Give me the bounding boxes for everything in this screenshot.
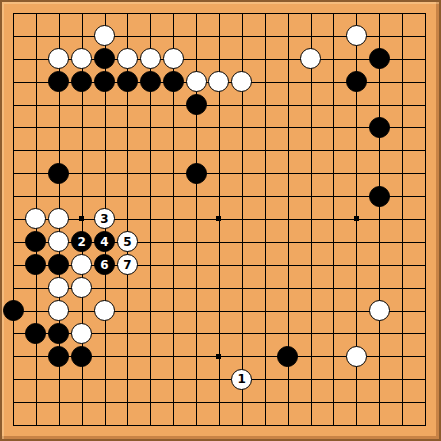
white-stone — [48, 48, 69, 69]
board-point-l8 — [253, 162, 276, 185]
black-stone — [25, 231, 46, 252]
board-point-p12 — [345, 253, 368, 276]
board-point-d9 — [70, 185, 93, 208]
board-point-f16 — [116, 345, 139, 368]
board-point-d16 — [70, 345, 93, 368]
board-point-p16 — [345, 345, 368, 368]
board-point-d19 — [70, 413, 93, 436]
board-point-h2 — [162, 24, 185, 47]
board-point-e4 — [93, 70, 116, 93]
board-point-b10 — [24, 207, 47, 230]
board-point-j14 — [207, 299, 230, 322]
board-point-f2 — [116, 24, 139, 47]
board-point-s12 — [413, 253, 436, 276]
board-point-g14 — [139, 299, 162, 322]
board-point-o10 — [322, 207, 345, 230]
board-point-q2 — [368, 24, 391, 47]
board-point-i8 — [185, 162, 208, 185]
board-point-p1 — [345, 2, 368, 25]
board-point-d18 — [70, 390, 93, 413]
black-stone — [48, 346, 69, 367]
board-point-d2 — [70, 24, 93, 47]
board-point-p15 — [345, 322, 368, 345]
board-point-i4 — [185, 70, 208, 93]
board-point-m16 — [276, 345, 299, 368]
board-point-d15 — [70, 322, 93, 345]
board-point-e17 — [93, 368, 116, 391]
board-point-j15 — [207, 322, 230, 345]
board-point-a14 — [2, 299, 25, 322]
board-point-e9 — [93, 185, 116, 208]
board-point-h8 — [162, 162, 185, 185]
board-point-n2 — [299, 24, 322, 47]
board-point-q15 — [368, 322, 391, 345]
board-point-q18 — [368, 390, 391, 413]
board-point-p6 — [345, 116, 368, 139]
board-point-j7 — [207, 139, 230, 162]
board-point-n16 — [299, 345, 322, 368]
board-point-p11 — [345, 230, 368, 253]
board-point-k12 — [230, 253, 253, 276]
board-point-d5 — [70, 93, 93, 116]
board-point-b11 — [24, 230, 47, 253]
board-point-i1 — [185, 2, 208, 25]
board-point-o15 — [322, 322, 345, 345]
board-point-c3 — [47, 47, 70, 70]
board-point-j16 — [207, 345, 230, 368]
white-stone-move-3: 3 — [94, 208, 115, 229]
white-stone — [369, 300, 390, 321]
board-point-c13 — [47, 276, 70, 299]
board-point-e3 — [93, 47, 116, 70]
board-point-k16 — [230, 345, 253, 368]
board-point-j17 — [207, 368, 230, 391]
board-point-i11 — [185, 230, 208, 253]
board-point-l19 — [253, 413, 276, 436]
board-point-l10 — [253, 207, 276, 230]
board-point-e16 — [93, 345, 116, 368]
board-point-g18 — [139, 390, 162, 413]
board-point-e10: 3 — [93, 207, 116, 230]
board-point-j19 — [207, 413, 230, 436]
black-stone-move-6: 6 — [94, 254, 115, 275]
board-point-d8 — [70, 162, 93, 185]
board-point-o7 — [322, 139, 345, 162]
board-point-k10 — [230, 207, 253, 230]
board-point-m2 — [276, 24, 299, 47]
board-point-f8 — [116, 162, 139, 185]
board-point-k17: 1 — [230, 368, 253, 391]
board-point-c5 — [47, 93, 70, 116]
board-point-f9 — [116, 185, 139, 208]
board-point-f15 — [116, 322, 139, 345]
board-point-s7 — [413, 139, 436, 162]
board-point-c1 — [47, 2, 70, 25]
board-point-a7 — [2, 139, 25, 162]
board-point-e6 — [93, 116, 116, 139]
white-stone — [71, 48, 92, 69]
board-point-l15 — [253, 322, 276, 345]
white-stone — [186, 71, 207, 92]
board-point-o17 — [322, 368, 345, 391]
white-stone — [346, 346, 367, 367]
board-point-l16 — [253, 345, 276, 368]
board-point-q14 — [368, 299, 391, 322]
board-point-c9 — [47, 185, 70, 208]
board-point-n11 — [299, 230, 322, 253]
board-point-g13 — [139, 276, 162, 299]
board-point-j6 — [207, 116, 230, 139]
black-stone — [48, 323, 69, 344]
board-point-k19 — [230, 413, 253, 436]
board-point-b3 — [24, 47, 47, 70]
board-point-p13 — [345, 276, 368, 299]
board-point-e8 — [93, 162, 116, 185]
white-stone — [117, 48, 138, 69]
board-point-n18 — [299, 390, 322, 413]
board-point-b2 — [24, 24, 47, 47]
board-point-c2 — [47, 24, 70, 47]
board-point-l9 — [253, 185, 276, 208]
board-point-h17 — [162, 368, 185, 391]
board-point-a16 — [2, 345, 25, 368]
black-stone-move-4: 4 — [94, 231, 115, 252]
black-stone — [163, 71, 184, 92]
board-point-m13 — [276, 276, 299, 299]
board-point-e14 — [93, 299, 116, 322]
board-point-c15 — [47, 322, 70, 345]
board-point-g4 — [139, 70, 162, 93]
board-point-d4 — [70, 70, 93, 93]
board-point-m19 — [276, 413, 299, 436]
board-point-k8 — [230, 162, 253, 185]
black-stone — [71, 71, 92, 92]
white-stone — [163, 48, 184, 69]
board-point-n12 — [299, 253, 322, 276]
board-point-p18 — [345, 390, 368, 413]
board-point-p8 — [345, 162, 368, 185]
black-stone — [3, 300, 24, 321]
white-stone — [48, 300, 69, 321]
white-stone-move-1: 1 — [231, 369, 252, 390]
board-point-j9 — [207, 185, 230, 208]
board-point-r19 — [390, 413, 413, 436]
board-point-h11 — [162, 230, 185, 253]
board-point-l14 — [253, 299, 276, 322]
board-point-k7 — [230, 139, 253, 162]
board-point-i6 — [185, 116, 208, 139]
hoshi-dot — [216, 354, 221, 359]
board-point-s16 — [413, 345, 436, 368]
white-stone — [346, 25, 367, 46]
board-point-i9 — [185, 185, 208, 208]
board-point-s5 — [413, 93, 436, 116]
board-point-j2 — [207, 24, 230, 47]
board-point-j5 — [207, 93, 230, 116]
board-point-c11 — [47, 230, 70, 253]
black-stone — [48, 254, 69, 275]
board-points: 3245671 — [2, 2, 437, 437]
board-point-i18 — [185, 390, 208, 413]
board-point-c19 — [47, 413, 70, 436]
board-point-b13 — [24, 276, 47, 299]
board-point-i2 — [185, 24, 208, 47]
black-stone — [117, 71, 138, 92]
board-point-n3 — [299, 47, 322, 70]
board-point-a8 — [2, 162, 25, 185]
board-point-f19 — [116, 413, 139, 436]
board-point-e1 — [93, 2, 116, 25]
board-point-k18 — [230, 390, 253, 413]
board-point-g1 — [139, 2, 162, 25]
board-point-p19 — [345, 413, 368, 436]
board-point-l12 — [253, 253, 276, 276]
board-point-r15 — [390, 322, 413, 345]
board-point-n1 — [299, 2, 322, 25]
board-point-d1 — [70, 2, 93, 25]
board-point-d14 — [70, 299, 93, 322]
board-point-o11 — [322, 230, 345, 253]
board-point-i19 — [185, 413, 208, 436]
black-stone — [369, 117, 390, 138]
board-point-q13 — [368, 276, 391, 299]
board-point-a1 — [2, 2, 25, 25]
board-point-c14 — [47, 299, 70, 322]
board-point-h1 — [162, 2, 185, 25]
board-point-r6 — [390, 116, 413, 139]
board-point-b5 — [24, 93, 47, 116]
board-point-j10 — [207, 207, 230, 230]
board-point-l13 — [253, 276, 276, 299]
board-point-q16 — [368, 345, 391, 368]
board-point-p14 — [345, 299, 368, 322]
board-point-r16 — [390, 345, 413, 368]
board-point-l7 — [253, 139, 276, 162]
board-point-p5 — [345, 93, 368, 116]
go-board: 3245671 — [0, 0, 441, 441]
board-point-g3 — [139, 47, 162, 70]
board-point-f4 — [116, 70, 139, 93]
board-point-o1 — [322, 2, 345, 25]
board-point-f12: 7 — [116, 253, 139, 276]
board-point-e11: 4 — [93, 230, 116, 253]
board-point-h6 — [162, 116, 185, 139]
board-point-g19 — [139, 413, 162, 436]
board-point-h5 — [162, 93, 185, 116]
board-point-e12: 6 — [93, 253, 116, 276]
board-point-r2 — [390, 24, 413, 47]
white-stone-move-5: 5 — [117, 231, 138, 252]
board-point-q5 — [368, 93, 391, 116]
board-point-b16 — [24, 345, 47, 368]
board-point-a5 — [2, 93, 25, 116]
board-point-b14 — [24, 299, 47, 322]
black-stone — [346, 71, 367, 92]
board-point-j4 — [207, 70, 230, 93]
board-point-s6 — [413, 116, 436, 139]
board-point-r14 — [390, 299, 413, 322]
board-point-k13 — [230, 276, 253, 299]
board-point-g11 — [139, 230, 162, 253]
hoshi-dot — [79, 216, 84, 221]
board-point-j18 — [207, 390, 230, 413]
board-point-g10 — [139, 207, 162, 230]
board-point-q10 — [368, 207, 391, 230]
white-stone — [48, 231, 69, 252]
board-point-o4 — [322, 70, 345, 93]
board-point-g5 — [139, 93, 162, 116]
board-point-g2 — [139, 24, 162, 47]
black-stone — [186, 163, 207, 184]
board-point-c18 — [47, 390, 70, 413]
white-stone — [48, 208, 69, 229]
black-stone — [94, 71, 115, 92]
board-point-h13 — [162, 276, 185, 299]
board-point-i12 — [185, 253, 208, 276]
board-point-f5 — [116, 93, 139, 116]
board-point-r12 — [390, 253, 413, 276]
board-point-r5 — [390, 93, 413, 116]
black-stone — [369, 186, 390, 207]
board-point-i10 — [185, 207, 208, 230]
board-point-a6 — [2, 116, 25, 139]
board-point-s14 — [413, 299, 436, 322]
board-point-o5 — [322, 93, 345, 116]
board-point-f11: 5 — [116, 230, 139, 253]
board-point-h15 — [162, 322, 185, 345]
board-point-b19 — [24, 413, 47, 436]
board-point-i17 — [185, 368, 208, 391]
board-point-e13 — [93, 276, 116, 299]
board-point-b15 — [24, 322, 47, 345]
board-point-o8 — [322, 162, 345, 185]
board-point-g17 — [139, 368, 162, 391]
board-point-q1 — [368, 2, 391, 25]
board-point-r10 — [390, 207, 413, 230]
board-point-o14 — [322, 299, 345, 322]
board-point-d6 — [70, 116, 93, 139]
board-point-k3 — [230, 47, 253, 70]
board-point-q17 — [368, 368, 391, 391]
board-point-p2 — [345, 24, 368, 47]
board-point-b6 — [24, 116, 47, 139]
board-point-j11 — [207, 230, 230, 253]
board-point-l4 — [253, 70, 276, 93]
board-point-f18 — [116, 390, 139, 413]
black-stone — [277, 346, 298, 367]
board-point-h4 — [162, 70, 185, 93]
board-point-h10 — [162, 207, 185, 230]
white-stone — [94, 25, 115, 46]
board-point-i16 — [185, 345, 208, 368]
board-point-d11: 2 — [70, 230, 93, 253]
board-point-m15 — [276, 322, 299, 345]
board-point-c7 — [47, 139, 70, 162]
board-point-r18 — [390, 390, 413, 413]
board-point-r1 — [390, 2, 413, 25]
board-point-m17 — [276, 368, 299, 391]
board-point-g15 — [139, 322, 162, 345]
board-point-k2 — [230, 24, 253, 47]
board-point-i15 — [185, 322, 208, 345]
white-stone — [48, 277, 69, 298]
board-point-l1 — [253, 2, 276, 25]
board-point-r17 — [390, 368, 413, 391]
board-point-h16 — [162, 345, 185, 368]
board-point-l6 — [253, 116, 276, 139]
board-point-r4 — [390, 70, 413, 93]
board-point-f13 — [116, 276, 139, 299]
board-point-m6 — [276, 116, 299, 139]
board-point-n13 — [299, 276, 322, 299]
board-point-m14 — [276, 299, 299, 322]
board-point-f14 — [116, 299, 139, 322]
board-point-d17 — [70, 368, 93, 391]
board-point-q3 — [368, 47, 391, 70]
board-point-i5 — [185, 93, 208, 116]
board-point-o13 — [322, 276, 345, 299]
board-point-j13 — [207, 276, 230, 299]
board-point-l17 — [253, 368, 276, 391]
board-point-l5 — [253, 93, 276, 116]
board-point-q9 — [368, 185, 391, 208]
board-point-o9 — [322, 185, 345, 208]
board-point-g9 — [139, 185, 162, 208]
board-point-l3 — [253, 47, 276, 70]
board-point-n8 — [299, 162, 322, 185]
board-point-c10 — [47, 207, 70, 230]
board-point-p9 — [345, 185, 368, 208]
board-point-e18 — [93, 390, 116, 413]
board-point-s4 — [413, 70, 436, 93]
board-point-q8 — [368, 162, 391, 185]
black-stone — [369, 48, 390, 69]
white-stone — [231, 71, 252, 92]
board-point-p4 — [345, 70, 368, 93]
board-point-c8 — [47, 162, 70, 185]
board-point-e15 — [93, 322, 116, 345]
board-point-n17 — [299, 368, 322, 391]
board-point-c12 — [47, 253, 70, 276]
board-point-b17 — [24, 368, 47, 391]
board-point-p3 — [345, 47, 368, 70]
board-point-m18 — [276, 390, 299, 413]
board-point-m3 — [276, 47, 299, 70]
white-stone — [140, 48, 161, 69]
black-stone — [140, 71, 161, 92]
board-point-n15 — [299, 322, 322, 345]
black-stone — [71, 346, 92, 367]
board-point-p17 — [345, 368, 368, 391]
board-point-k14 — [230, 299, 253, 322]
board-point-d7 — [70, 139, 93, 162]
board-point-s11 — [413, 230, 436, 253]
board-point-m4 — [276, 70, 299, 93]
board-point-s17 — [413, 368, 436, 391]
board-point-a17 — [2, 368, 25, 391]
board-point-i7 — [185, 139, 208, 162]
board-point-o12 — [322, 253, 345, 276]
white-stone — [300, 48, 321, 69]
board-point-j8 — [207, 162, 230, 185]
board-point-h19 — [162, 413, 185, 436]
board-point-h14 — [162, 299, 185, 322]
board-point-f1 — [116, 2, 139, 25]
board-point-j1 — [207, 2, 230, 25]
board-point-j3 — [207, 47, 230, 70]
white-stone — [71, 277, 92, 298]
board-point-r13 — [390, 276, 413, 299]
